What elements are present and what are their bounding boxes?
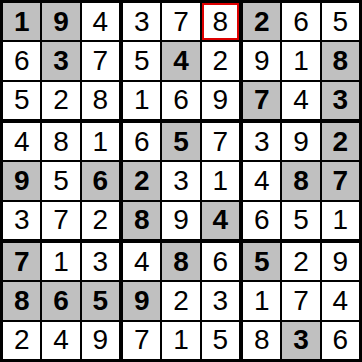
sudoku-cell-r3c6[interactable]: 9: [202, 82, 239, 119]
sudoku-cell-r5c8[interactable]: 8: [282, 162, 319, 199]
sudoku-cell-r8c3[interactable]: 5: [82, 282, 119, 319]
sudoku-cell-r7c8[interactable]: 2: [282, 243, 319, 280]
sudoku-cell-r2c9[interactable]: 8: [322, 42, 359, 79]
sudoku-cell-r6c8[interactable]: 5: [282, 202, 319, 239]
sudoku-box-r2c1: 481956372: [3, 123, 119, 239]
sudoku-cell-r9c5[interactable]: 1: [162, 322, 199, 359]
sudoku-box-r3c3: 529174836: [243, 243, 359, 359]
sudoku-cell-r2c6[interactable]: 2: [202, 42, 239, 79]
sudoku-cell-r8c2[interactable]: 6: [42, 282, 79, 319]
sudoku-cell-r6c5[interactable]: 9: [162, 202, 199, 239]
sudoku-cell-r5c7[interactable]: 4: [243, 162, 280, 199]
sudoku-cell-r7c7[interactable]: 5: [243, 243, 280, 280]
sudoku-cell-r4c6[interactable]: 7: [202, 123, 239, 160]
sudoku-cell-r1c5[interactable]: 7: [162, 3, 199, 40]
sudoku-cell-r9c2[interactable]: 4: [42, 322, 79, 359]
sudoku-cell-r6c3[interactable]: 2: [82, 202, 119, 239]
sudoku-cell-r9c9[interactable]: 6: [322, 322, 359, 359]
sudoku-cell-r7c1[interactable]: 7: [3, 243, 40, 280]
sudoku-cell-r5c5[interactable]: 3: [162, 162, 199, 199]
sudoku-cell-r9c3[interactable]: 9: [82, 322, 119, 359]
sudoku-cell-r8c4[interactable]: 9: [123, 282, 160, 319]
sudoku-box-r3c1: 713865249: [3, 243, 119, 359]
sudoku-cell-r4c7[interactable]: 3: [243, 123, 280, 160]
sudoku-box-r1c3: 265918743: [243, 3, 359, 119]
sudoku-cell-r5c4[interactable]: 2: [123, 162, 160, 199]
sudoku-cell-r3c7[interactable]: 7: [243, 82, 280, 119]
sudoku-cell-r8c5[interactable]: 2: [162, 282, 199, 319]
sudoku-cell-r7c4[interactable]: 4: [123, 243, 160, 280]
sudoku-box-r3c2: 486923715: [123, 243, 239, 359]
sudoku-cell-r8c7[interactable]: 1: [243, 282, 280, 319]
sudoku-cell-r2c2[interactable]: 3: [42, 42, 79, 79]
sudoku-cell-r3c3[interactable]: 8: [82, 82, 119, 119]
sudoku-cell-r7c9[interactable]: 9: [322, 243, 359, 280]
sudoku-cell-r4c5[interactable]: 5: [162, 123, 199, 160]
sudoku-cell-r1c6[interactable]: 8: [202, 3, 239, 40]
sudoku-cell-r7c3[interactable]: 3: [82, 243, 119, 280]
sudoku-cell-r3c9[interactable]: 3: [322, 82, 359, 119]
sudoku-cell-r3c8[interactable]: 4: [282, 82, 319, 119]
sudoku-cell-r9c6[interactable]: 5: [202, 322, 239, 359]
sudoku-cell-r8c8[interactable]: 7: [282, 282, 319, 319]
sudoku-box-r1c1: 194637528: [3, 3, 119, 119]
sudoku-box-r2c2: 657231894: [123, 123, 239, 239]
sudoku-cell-r7c5[interactable]: 8: [162, 243, 199, 280]
sudoku-cell-r4c3[interactable]: 1: [82, 123, 119, 160]
sudoku-cell-r1c3[interactable]: 4: [82, 3, 119, 40]
sudoku-cell-r1c4[interactable]: 3: [123, 3, 160, 40]
sudoku-cell-r2c8[interactable]: 1: [282, 42, 319, 79]
sudoku-cell-r3c1[interactable]: 5: [3, 82, 40, 119]
sudoku-cell-r6c7[interactable]: 6: [243, 202, 280, 239]
sudoku-cell-r3c2[interactable]: 2: [42, 82, 79, 119]
sudoku-cell-r1c7[interactable]: 2: [243, 3, 280, 40]
sudoku-cell-r8c1[interactable]: 8: [3, 282, 40, 319]
sudoku-cell-r8c6[interactable]: 3: [202, 282, 239, 319]
sudoku-cell-r1c1[interactable]: 1: [3, 3, 40, 40]
sudoku-cell-r2c7[interactable]: 9: [243, 42, 280, 79]
sudoku-cell-r2c3[interactable]: 7: [82, 42, 119, 79]
sudoku-cell-r7c6[interactable]: 6: [202, 243, 239, 280]
sudoku-cell-r1c9[interactable]: 5: [322, 3, 359, 40]
sudoku-box-r2c3: 392487651: [243, 123, 359, 239]
sudoku-cell-r2c5[interactable]: 4: [162, 42, 199, 79]
sudoku-cell-r5c2[interactable]: 5: [42, 162, 79, 199]
sudoku-cell-r5c1[interactable]: 9: [3, 162, 40, 199]
sudoku-cell-r1c8[interactable]: 6: [282, 3, 319, 40]
sudoku-cell-r4c2[interactable]: 8: [42, 123, 79, 160]
sudoku-cell-r4c4[interactable]: 6: [123, 123, 160, 160]
sudoku-cell-r6c4[interactable]: 8: [123, 202, 160, 239]
sudoku-cell-r4c1[interactable]: 4: [3, 123, 40, 160]
sudoku-cell-r4c8[interactable]: 9: [282, 123, 319, 160]
sudoku-box-r1c2: 378542169: [123, 3, 239, 119]
sudoku-cell-r2c1[interactable]: 6: [3, 42, 40, 79]
sudoku-cell-r5c6[interactable]: 1: [202, 162, 239, 199]
sudoku-cell-r9c8[interactable]: 3: [282, 322, 319, 359]
sudoku-cell-r9c7[interactable]: 8: [243, 322, 280, 359]
sudoku-cell-r7c2[interactable]: 1: [42, 243, 79, 280]
sudoku-cell-r3c4[interactable]: 1: [123, 82, 160, 119]
sudoku-cell-r6c2[interactable]: 7: [42, 202, 79, 239]
sudoku-cell-r5c9[interactable]: 7: [322, 162, 359, 199]
sudoku-cell-r9c4[interactable]: 7: [123, 322, 160, 359]
sudoku-cell-r8c9[interactable]: 4: [322, 282, 359, 319]
sudoku-cell-r6c1[interactable]: 3: [3, 202, 40, 239]
sudoku-cell-r5c3[interactable]: 6: [82, 162, 119, 199]
sudoku-cell-r6c6[interactable]: 4: [202, 202, 239, 239]
sudoku-cell-r3c5[interactable]: 6: [162, 82, 199, 119]
sudoku-cell-r6c9[interactable]: 1: [322, 202, 359, 239]
sudoku-cell-r1c2[interactable]: 9: [42, 3, 79, 40]
sudoku-cell-r2c4[interactable]: 5: [123, 42, 160, 79]
sudoku-cell-r9c1[interactable]: 2: [3, 322, 40, 359]
sudoku-cell-r4c9[interactable]: 2: [322, 123, 359, 160]
sudoku-board: 1946375283785421692659187434819563726572…: [0, 0, 362, 362]
